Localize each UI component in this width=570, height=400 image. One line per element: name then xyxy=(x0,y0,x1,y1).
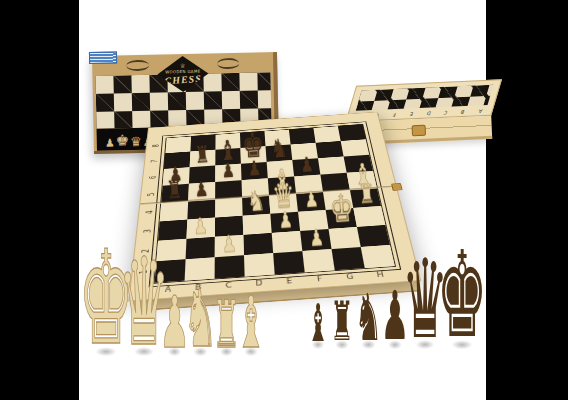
board-square-g2 xyxy=(329,227,361,249)
lineup-black: ♝♜♞♟♛♚ xyxy=(307,270,481,344)
flourish-left-icon xyxy=(126,59,149,70)
board-square-e7: ♞ xyxy=(266,145,293,162)
white-rook-piece: ♜ xyxy=(357,181,376,208)
white-rook-piece: ♜ xyxy=(219,299,233,351)
board-square-e2 xyxy=(272,231,303,253)
board-square-d6: ♟ xyxy=(241,162,268,180)
folded-letter-c: C xyxy=(443,108,449,116)
board-square-h4: ♜ xyxy=(350,188,381,208)
white-pawn-piece: ♟ xyxy=(167,294,181,351)
clasp-icon xyxy=(412,125,426,137)
black-queen-piece: ♛ xyxy=(414,257,435,344)
black-knight-piece: ♞ xyxy=(360,292,377,344)
black-rook-piece: ♜ xyxy=(193,142,210,167)
white-king-silhouette: ♚ xyxy=(115,133,129,148)
board-square-e3: ♟ xyxy=(270,212,300,233)
board-square-b5: ♟ xyxy=(188,182,215,201)
board-square-a4 xyxy=(160,201,188,221)
board-square-f1 xyxy=(302,249,334,272)
folded-letter-a: A xyxy=(477,106,483,114)
board-grid: ♜♝♚♞♟♟♟♟♜♟♝♝♞♛♟♜♟♟♚♟♟ xyxy=(153,124,396,284)
file-label-e: E xyxy=(274,274,305,288)
white-pawn-piece: ♟ xyxy=(277,209,293,232)
barcode-sticker xyxy=(89,51,117,64)
board-square-b7: ♜ xyxy=(190,150,216,168)
board-square-h3 xyxy=(353,206,385,227)
white-pawn-piece: ♟ xyxy=(221,233,237,257)
board-square-h1 xyxy=(361,245,395,268)
black-knight-piece: ♞ xyxy=(269,135,287,162)
board-square-c2: ♟ xyxy=(215,235,244,257)
white-king-piece: ♚ xyxy=(328,189,355,228)
black-king-piece: ♚ xyxy=(450,248,474,344)
white-bishop-piece: ♝ xyxy=(244,294,259,351)
folded-letter-f: F xyxy=(392,110,397,118)
rank-label-8: 8 xyxy=(143,141,169,151)
rank-label-5: 5 xyxy=(137,189,164,200)
white-pawn-piece: ♟ xyxy=(308,227,324,251)
white-queen-piece: ♛ xyxy=(133,254,155,351)
flourish-right-icon xyxy=(217,57,240,68)
black-pawn-piece: ♟ xyxy=(194,179,209,201)
black-pawn-piece: ♟ xyxy=(299,155,314,176)
board-square-b3: ♟ xyxy=(186,218,215,239)
board-square-g7 xyxy=(316,141,344,158)
board-square-c6: ♟ xyxy=(215,164,241,182)
board-clasp-icon xyxy=(391,183,403,191)
board-square-a5: ♜ xyxy=(161,184,189,203)
board-square-g6 xyxy=(318,157,347,175)
board-square-h2 xyxy=(357,225,390,247)
folded-letter-e: E xyxy=(409,109,415,117)
white-pawn-piece: ♟ xyxy=(303,189,318,211)
board-square-g1 xyxy=(332,247,365,270)
white-knight-piece: ♞ xyxy=(192,288,209,351)
board-square-e1 xyxy=(273,251,305,274)
board-square-f6: ♟ xyxy=(292,158,320,176)
folded-letter-b: B xyxy=(460,107,466,115)
black-pawn-piece: ♟ xyxy=(220,160,235,181)
white-queen-silhouette: ♛ xyxy=(130,135,142,148)
product-photo: ♕ WOODEN GAME CHESS ♟♚♛♟♜ ♜♟♛♚♞♟ HGFEDCB… xyxy=(79,0,486,400)
board-square-g3: ♚ xyxy=(326,208,357,229)
board-square-d4: ♞ xyxy=(242,196,270,216)
black-pawn-piece: ♟ xyxy=(388,290,403,344)
white-knight-piece: ♞ xyxy=(246,187,266,216)
board-square-f4: ♟ xyxy=(296,192,326,212)
lineup-white: ♚♛♟♞♜♝ xyxy=(87,271,263,351)
white-pawn-silhouette: ♟ xyxy=(105,137,115,148)
white-pawn-piece: ♟ xyxy=(192,215,208,238)
board-square-c4 xyxy=(215,197,243,217)
board-square-h7 xyxy=(341,139,370,156)
board-square-d2 xyxy=(243,233,273,255)
black-pawn-piece: ♟ xyxy=(247,158,262,179)
black-rook-piece: ♜ xyxy=(335,300,350,344)
folded-letter-d: D xyxy=(425,108,431,116)
black-bishop-piece: ♝ xyxy=(311,302,325,344)
board-square-d3 xyxy=(243,214,272,235)
white-king-piece: ♚ xyxy=(94,247,118,351)
black-rook-piece: ♜ xyxy=(165,177,183,203)
board-square-b2 xyxy=(186,237,215,259)
board-square-f2: ♟ xyxy=(300,229,331,251)
